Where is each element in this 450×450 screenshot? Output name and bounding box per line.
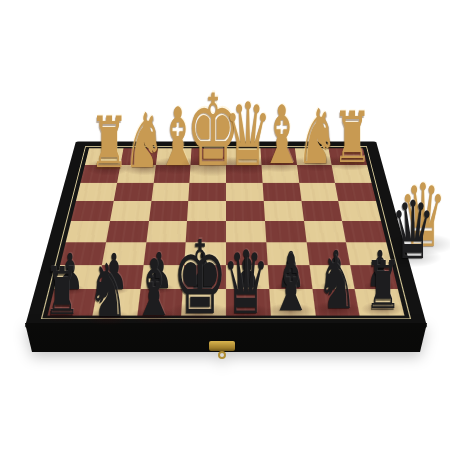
piece-black-knight-b8: ♞ <box>317 247 357 320</box>
square-g5 <box>106 221 149 242</box>
square-h4 <box>71 201 113 221</box>
square-d4 <box>226 201 265 221</box>
square-b4 <box>301 201 342 221</box>
square-f3 <box>151 182 190 201</box>
piece-black-rook-h8: ♜ <box>44 259 80 325</box>
piece-white-rook-a1: ♜ <box>333 102 372 173</box>
piece-black-queen-d8: ♛ <box>222 239 270 326</box>
piece-black-knight-g8: ♞ <box>88 255 128 328</box>
square-a3 <box>335 182 376 201</box>
square-h5 <box>66 221 110 242</box>
piece-black-queen-offboard: ♛ <box>391 191 435 271</box>
piece-black-bishop-c8: ♝ <box>270 245 313 323</box>
chess-set-photo: ♜♞♝♚♛♝♞♜♟♟♟♟♟♟♟♟♜♞♝♚♛♝♞♜♛♛ <box>0 0 450 450</box>
latch-ring <box>218 351 226 359</box>
square-c3 <box>262 182 301 201</box>
square-g4 <box>110 201 151 221</box>
square-b3 <box>299 182 339 201</box>
square-g3 <box>113 182 153 201</box>
square-a4 <box>339 201 381 221</box>
square-c4 <box>264 201 304 221</box>
brass-latch <box>209 341 235 351</box>
square-h3 <box>76 182 117 201</box>
